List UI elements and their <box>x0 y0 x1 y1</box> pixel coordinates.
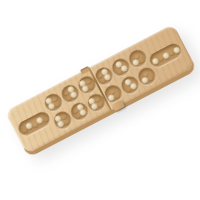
bead <box>113 91 121 99</box>
bead <box>137 55 145 63</box>
bead <box>120 64 128 72</box>
bead <box>147 73 155 81</box>
store-right[interactable] <box>147 41 183 70</box>
bead <box>130 82 138 90</box>
product-photo <box>0 0 200 200</box>
store-left[interactable] <box>16 109 52 138</box>
mancala-board <box>5 24 196 154</box>
